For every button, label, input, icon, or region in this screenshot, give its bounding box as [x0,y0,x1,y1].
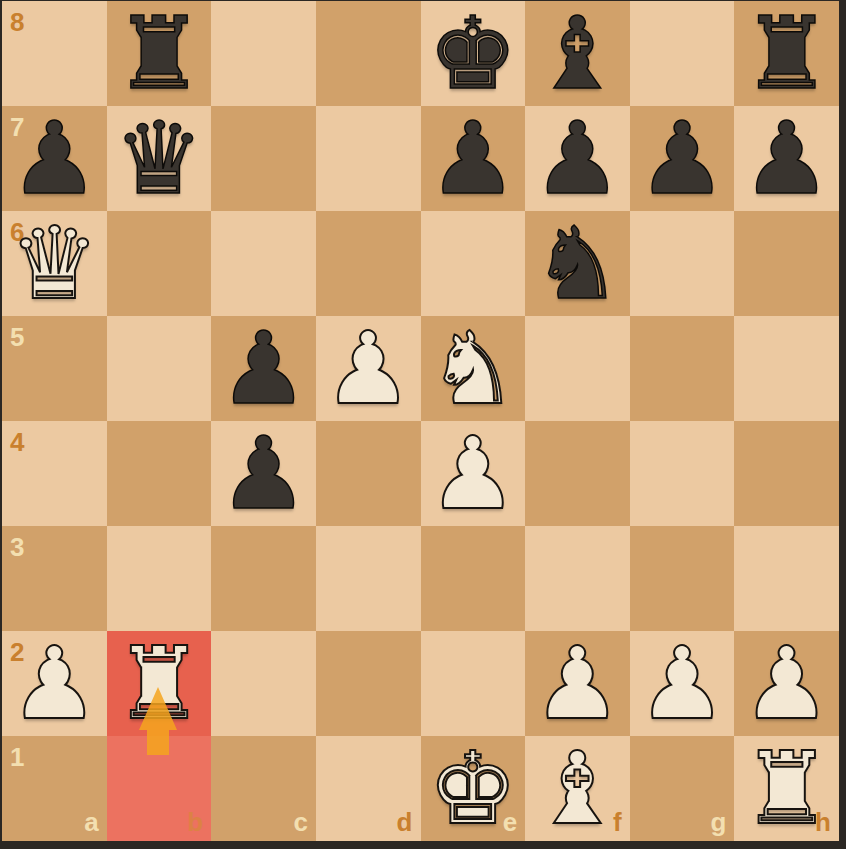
square-h3[interactable] [734,526,839,631]
square-f4[interactable] [525,421,630,526]
square-d6[interactable] [316,211,421,316]
square-g1[interactable]: g [630,736,735,841]
square-d1[interactable]: d [316,736,421,841]
coord-file-d: d [397,807,413,838]
square-g6[interactable] [630,211,735,316]
piece-white-pawn-h2[interactable]: ♟ [742,632,832,736]
square-h6[interactable] [734,211,839,316]
square-c5[interactable]: ♟ [211,316,316,421]
square-b1[interactable]: b [107,736,212,841]
piece-white-pawn-f2[interactable]: ♟ [533,632,623,736]
square-d7[interactable] [316,106,421,211]
piece-white-king-e1[interactable]: ♚ [428,737,518,841]
coord-rank-4: 4 [10,427,24,458]
square-e7[interactable]: ♟ [421,106,526,211]
square-h4[interactable] [734,421,839,526]
square-a4[interactable]: 4 [2,421,107,526]
square-a1[interactable]: 1a [2,736,107,841]
square-a7[interactable]: 7♟ [2,106,107,211]
square-h2[interactable]: ♟ [734,631,839,736]
square-h8[interactable]: ♜ [734,1,839,106]
square-d2[interactable] [316,631,421,736]
piece-black-pawn-c4[interactable]: ♟ [219,422,309,526]
square-e6[interactable] [421,211,526,316]
square-c7[interactable] [211,106,316,211]
square-c8[interactable] [211,1,316,106]
square-c3[interactable] [211,526,316,631]
square-b2[interactable]: ♜ [107,631,212,736]
piece-white-rook-b2[interactable]: ♜ [114,632,204,736]
chess-board: 8♜♚♝♜7♟♛♟♟♟♟6♛♞5♟♟♞4♟♟32♟♜♟♟♟1abcde♚f♝gh… [2,1,839,841]
square-e3[interactable] [421,526,526,631]
square-f7[interactable]: ♟ [525,106,630,211]
coord-rank-3: 3 [10,532,24,563]
square-g7[interactable]: ♟ [630,106,735,211]
square-d4[interactable] [316,421,421,526]
square-h7[interactable]: ♟ [734,106,839,211]
piece-black-bishop-f8[interactable]: ♝ [533,2,623,106]
piece-white-rook-h1[interactable]: ♜ [742,737,832,841]
square-d8[interactable] [316,1,421,106]
square-f6[interactable]: ♞ [525,211,630,316]
piece-white-bishop-f1[interactable]: ♝ [533,737,623,841]
square-g2[interactable]: ♟ [630,631,735,736]
piece-white-queen-a6[interactable]: ♛ [9,212,99,316]
square-a5[interactable]: 5 [2,316,107,421]
square-e1[interactable]: e♚ [421,736,526,841]
coord-file-b: b [187,807,203,838]
piece-black-pawn-e7[interactable]: ♟ [428,107,518,211]
square-b7[interactable]: ♛ [107,106,212,211]
square-d5[interactable]: ♟ [316,316,421,421]
square-g4[interactable] [630,421,735,526]
square-c6[interactable] [211,211,316,316]
square-e4[interactable]: ♟ [421,421,526,526]
square-f1[interactable]: f♝ [525,736,630,841]
piece-black-pawn-f7[interactable]: ♟ [533,107,623,211]
square-a6[interactable]: 6♛ [2,211,107,316]
piece-black-pawn-g7[interactable]: ♟ [637,107,727,211]
piece-white-pawn-g2[interactable]: ♟ [637,632,727,736]
square-b4[interactable] [107,421,212,526]
piece-black-rook-b8[interactable]: ♜ [114,2,204,106]
piece-white-pawn-e4[interactable]: ♟ [428,422,518,526]
square-b6[interactable] [107,211,212,316]
piece-black-king-e8[interactable]: ♚ [428,2,518,106]
chess-app: 8♜♚♝♜7♟♛♟♟♟♟6♛♞5♟♟♞4♟♟32♟♜♟♟♟1abcde♚f♝gh… [0,0,846,849]
coord-rank-5: 5 [10,322,24,353]
square-f8[interactable]: ♝ [525,1,630,106]
piece-black-queen-b7[interactable]: ♛ [114,107,204,211]
piece-black-pawn-c5[interactable]: ♟ [219,317,309,421]
piece-black-rook-h8[interactable]: ♜ [742,2,832,106]
square-b3[interactable] [107,526,212,631]
square-d3[interactable] [316,526,421,631]
square-c2[interactable] [211,631,316,736]
coord-file-c: c [293,807,307,838]
square-f5[interactable] [525,316,630,421]
square-h5[interactable] [734,316,839,421]
piece-black-knight-f6[interactable]: ♞ [533,212,623,316]
piece-black-pawn-a7[interactable]: ♟ [9,107,99,211]
piece-white-pawn-a2[interactable]: ♟ [9,632,99,736]
square-e8[interactable]: ♚ [421,1,526,106]
square-c1[interactable]: c [211,736,316,841]
coord-file-g: g [710,807,726,838]
square-g3[interactable] [630,526,735,631]
square-e5[interactable]: ♞ [421,316,526,421]
square-g5[interactable] [630,316,735,421]
square-a3[interactable]: 3 [2,526,107,631]
coord-rank-1: 1 [10,742,24,773]
square-e2[interactable] [421,631,526,736]
square-a2[interactable]: 2♟ [2,631,107,736]
square-b5[interactable] [107,316,212,421]
coord-rank-8: 8 [10,7,24,38]
coord-file-a: a [84,807,98,838]
square-h1[interactable]: h♜ [734,736,839,841]
piece-white-knight-e5[interactable]: ♞ [428,317,518,421]
piece-white-pawn-d5[interactable]: ♟ [323,317,413,421]
piece-black-pawn-h7[interactable]: ♟ [742,107,832,211]
square-a8[interactable]: 8 [2,1,107,106]
square-f3[interactable] [525,526,630,631]
square-b8[interactable]: ♜ [107,1,212,106]
square-f2[interactable]: ♟ [525,631,630,736]
square-c4[interactable]: ♟ [211,421,316,526]
square-g8[interactable] [630,1,735,106]
